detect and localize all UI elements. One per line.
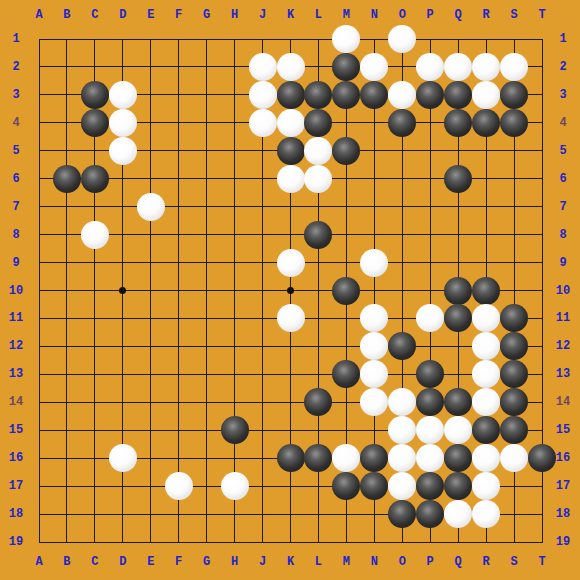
row-label-left: 11 — [9, 311, 23, 325]
column-label-bottom: F — [175, 555, 182, 569]
black-stone — [416, 360, 444, 388]
white-stone — [472, 388, 500, 416]
row-label-left: 1 — [12, 32, 19, 46]
black-stone — [416, 81, 444, 109]
white-stone — [277, 109, 305, 137]
column-label-bottom: B — [63, 555, 70, 569]
row-label-left: 9 — [12, 256, 19, 270]
white-stone — [500, 444, 528, 472]
black-stone — [332, 277, 360, 305]
row-label-right: 3 — [559, 88, 566, 102]
column-label-top: F — [175, 8, 182, 22]
white-stone — [444, 53, 472, 81]
grid-line — [39, 374, 543, 375]
column-label-top: S — [510, 8, 517, 22]
white-stone — [388, 388, 416, 416]
star-point — [287, 287, 294, 294]
column-label-bottom: E — [147, 555, 154, 569]
row-label-right: 2 — [559, 60, 566, 74]
column-label-top: L — [315, 8, 322, 22]
black-stone — [360, 444, 388, 472]
black-stone — [277, 137, 305, 165]
black-stone — [444, 472, 472, 500]
black-stone — [360, 472, 388, 500]
white-stone — [472, 304, 500, 332]
white-stone — [221, 472, 249, 500]
row-label-left: 19 — [9, 535, 23, 549]
black-stone — [528, 444, 556, 472]
white-stone — [472, 81, 500, 109]
white-stone — [137, 193, 165, 221]
column-label-top: J — [259, 8, 266, 22]
column-label-top: R — [483, 8, 490, 22]
black-stone — [221, 416, 249, 444]
white-stone — [249, 81, 277, 109]
row-label-left: 6 — [12, 172, 19, 186]
black-stone — [360, 81, 388, 109]
black-stone — [500, 109, 528, 137]
white-stone — [360, 53, 388, 81]
black-stone — [500, 360, 528, 388]
row-label-right: 6 — [559, 172, 566, 186]
row-label-right: 18 — [556, 507, 570, 521]
black-stone — [500, 332, 528, 360]
row-label-left: 16 — [9, 451, 23, 465]
black-stone — [304, 81, 332, 109]
row-label-right: 9 — [559, 256, 566, 270]
white-stone — [388, 416, 416, 444]
black-stone — [472, 277, 500, 305]
white-stone — [416, 304, 444, 332]
white-stone — [388, 81, 416, 109]
row-label-left: 2 — [12, 60, 19, 74]
column-label-bottom: K — [287, 555, 294, 569]
column-label-bottom: A — [35, 555, 42, 569]
black-stone — [444, 444, 472, 472]
white-stone — [109, 109, 137, 137]
white-stone — [249, 53, 277, 81]
row-label-left: 14 — [9, 395, 23, 409]
black-stone — [332, 137, 360, 165]
white-stone — [472, 360, 500, 388]
row-label-right: 16 — [556, 451, 570, 465]
row-label-left: 17 — [9, 479, 23, 493]
white-stone — [472, 53, 500, 81]
white-stone — [277, 249, 305, 277]
black-stone — [81, 165, 109, 193]
row-label-left: 5 — [12, 144, 19, 158]
white-stone — [444, 500, 472, 528]
row-label-left: 15 — [9, 423, 23, 437]
black-stone — [332, 53, 360, 81]
white-stone — [472, 500, 500, 528]
row-label-right: 15 — [556, 423, 570, 437]
white-stone — [360, 360, 388, 388]
white-stone — [416, 444, 444, 472]
grid-line — [39, 542, 543, 543]
column-label-top: C — [91, 8, 98, 22]
white-stone — [388, 25, 416, 53]
black-stone — [304, 388, 332, 416]
white-stone — [472, 444, 500, 472]
column-label-bottom: J — [259, 555, 266, 569]
row-label-left: 12 — [9, 339, 23, 353]
black-stone — [277, 81, 305, 109]
column-label-top: P — [427, 8, 434, 22]
row-label-right: 10 — [556, 284, 570, 298]
column-label-top: Q — [455, 8, 462, 22]
row-label-right: 5 — [559, 144, 566, 158]
column-label-top: E — [147, 8, 154, 22]
row-label-left: 10 — [9, 284, 23, 298]
black-stone — [444, 304, 472, 332]
white-stone — [109, 444, 137, 472]
white-stone — [277, 304, 305, 332]
black-stone — [444, 388, 472, 416]
black-stone — [500, 416, 528, 444]
column-label-bottom: S — [510, 555, 517, 569]
column-label-bottom: T — [538, 555, 545, 569]
black-stone — [304, 109, 332, 137]
white-stone — [360, 304, 388, 332]
column-label-top: N — [371, 8, 378, 22]
white-stone — [109, 137, 137, 165]
black-stone — [416, 500, 444, 528]
column-label-bottom: C — [91, 555, 98, 569]
black-stone — [500, 388, 528, 416]
white-stone — [472, 472, 500, 500]
black-stone — [444, 109, 472, 137]
row-label-right: 1 — [559, 32, 566, 46]
white-stone — [444, 416, 472, 444]
column-label-top: B — [63, 8, 70, 22]
black-stone — [332, 360, 360, 388]
white-stone — [277, 165, 305, 193]
black-stone — [388, 332, 416, 360]
white-stone — [81, 221, 109, 249]
black-stone — [500, 81, 528, 109]
row-label-left: 8 — [12, 228, 19, 242]
black-stone — [416, 472, 444, 500]
column-label-bottom: L — [315, 555, 322, 569]
black-stone — [81, 81, 109, 109]
white-stone — [165, 472, 193, 500]
column-label-top: H — [231, 8, 238, 22]
white-stone — [388, 472, 416, 500]
column-label-top: M — [343, 8, 350, 22]
column-label-bottom: R — [483, 555, 490, 569]
black-stone — [81, 109, 109, 137]
black-stone — [444, 81, 472, 109]
white-stone — [360, 388, 388, 416]
row-label-right: 11 — [556, 311, 570, 325]
column-label-bottom: M — [343, 555, 350, 569]
black-stone — [277, 444, 305, 472]
go-board[interactable]: AABBCCDDEEFFGGHHJJKKLLMMNNOOPPQQRRSSTT11… — [0, 0, 580, 580]
white-stone — [416, 53, 444, 81]
row-label-left: 13 — [9, 367, 23, 381]
column-label-top: A — [35, 8, 42, 22]
black-stone — [53, 165, 81, 193]
row-label-right: 17 — [556, 479, 570, 493]
column-label-bottom: Q — [455, 555, 462, 569]
white-stone — [416, 416, 444, 444]
star-point — [119, 287, 126, 294]
black-stone — [444, 165, 472, 193]
column-label-top: G — [203, 8, 210, 22]
column-label-top: O — [399, 8, 406, 22]
row-label-left: 18 — [9, 507, 23, 521]
row-label-left: 7 — [12, 200, 19, 214]
row-label-left: 3 — [12, 88, 19, 102]
column-label-bottom: P — [427, 555, 434, 569]
row-label-right: 13 — [556, 367, 570, 381]
column-label-top: D — [119, 8, 126, 22]
white-stone — [472, 332, 500, 360]
grid-line — [39, 346, 543, 347]
white-stone — [109, 81, 137, 109]
black-stone — [388, 109, 416, 137]
black-stone — [304, 444, 332, 472]
row-label-right: 19 — [556, 535, 570, 549]
white-stone — [500, 53, 528, 81]
black-stone — [304, 221, 332, 249]
black-stone — [388, 500, 416, 528]
black-stone — [332, 81, 360, 109]
row-label-right: 7 — [559, 200, 566, 214]
white-stone — [360, 249, 388, 277]
column-label-bottom: D — [119, 555, 126, 569]
row-label-right: 14 — [556, 395, 570, 409]
white-stone — [304, 165, 332, 193]
white-stone — [304, 137, 332, 165]
white-stone — [332, 444, 360, 472]
column-label-bottom: N — [371, 555, 378, 569]
white-stone — [388, 444, 416, 472]
black-stone — [500, 304, 528, 332]
white-stone — [360, 332, 388, 360]
black-stone — [472, 109, 500, 137]
white-stone — [332, 25, 360, 53]
row-label-right: 8 — [559, 228, 566, 242]
white-stone — [277, 53, 305, 81]
column-label-bottom: G — [203, 555, 210, 569]
white-stone — [249, 109, 277, 137]
column-label-bottom: H — [231, 555, 238, 569]
row-label-right: 12 — [556, 339, 570, 353]
row-label-left: 4 — [12, 116, 19, 130]
black-stone — [444, 277, 472, 305]
black-stone — [416, 388, 444, 416]
column-label-bottom: O — [399, 555, 406, 569]
row-label-right: 4 — [559, 116, 566, 130]
column-label-top: K — [287, 8, 294, 22]
column-label-top: T — [538, 8, 545, 22]
black-stone — [472, 416, 500, 444]
black-stone — [332, 472, 360, 500]
